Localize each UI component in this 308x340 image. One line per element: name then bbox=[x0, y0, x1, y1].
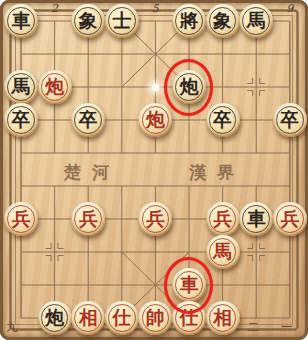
piece-black-pawn[interactable]: 卒 bbox=[4, 103, 38, 137]
board-intersections[interactable]: 車象士將象馬馬炮炮卒卒炮卒卒兵兵兵兵車兵馬車炮相仕帥仕相 bbox=[4, 5, 306, 335]
piece-glyph: 象 bbox=[71, 4, 105, 38]
piece-glyph: 兵 bbox=[4, 202, 38, 236]
piece-red-elephant[interactable]: 相 bbox=[206, 301, 240, 335]
piece-red-advisor[interactable]: 仕 bbox=[105, 301, 139, 335]
piece-glyph: 炮 bbox=[172, 70, 206, 104]
piece-red-advisor[interactable]: 仕 bbox=[172, 301, 206, 335]
piece-glyph: 相 bbox=[71, 301, 105, 335]
piece-glyph: 帥 bbox=[138, 301, 172, 335]
piece-glyph: 相 bbox=[206, 301, 240, 335]
piece-black-elephant[interactable]: 象 bbox=[71, 4, 105, 38]
piece-glyph: 兵 bbox=[206, 202, 240, 236]
piece-black-chariot[interactable]: 車 bbox=[4, 4, 38, 38]
piece-glyph: 將 bbox=[172, 4, 206, 38]
piece-black-advisor[interactable]: 士 bbox=[105, 4, 139, 38]
piece-glyph: 車 bbox=[239, 202, 273, 236]
piece-glyph: 馬 bbox=[239, 4, 273, 38]
piece-glyph: 卒 bbox=[273, 103, 307, 137]
piece-glyph: 炮 bbox=[38, 301, 72, 335]
piece-black-pawn[interactable]: 卒 bbox=[273, 103, 307, 137]
piece-glyph: 車 bbox=[4, 4, 38, 38]
piece-glyph: 炮 bbox=[138, 103, 172, 137]
piece-red-pawn[interactable]: 兵 bbox=[206, 202, 240, 236]
piece-glyph: 馬 bbox=[4, 70, 38, 104]
piece-red-cannon[interactable]: 炮 bbox=[138, 103, 172, 137]
piece-red-pawn[interactable]: 兵 bbox=[71, 202, 105, 236]
piece-red-chariot[interactable]: 車 bbox=[172, 268, 206, 302]
piece-glyph: 士 bbox=[105, 4, 139, 38]
piece-glyph: 仕 bbox=[172, 301, 206, 335]
piece-glyph: 兵 bbox=[71, 202, 105, 236]
piece-black-horse[interactable]: 馬 bbox=[239, 4, 273, 38]
xiangqi-board: 楚河 漢界 123456789 九八七六五四三二一 車象士將象馬馬炮炮卒卒炮卒卒… bbox=[0, 0, 308, 340]
piece-glyph: 仕 bbox=[105, 301, 139, 335]
last-move-origin-dot bbox=[151, 83, 160, 92]
piece-glyph: 卒 bbox=[4, 103, 38, 137]
piece-black-general[interactable]: 將 bbox=[172, 4, 206, 38]
piece-red-pawn[interactable]: 兵 bbox=[273, 202, 307, 236]
piece-black-cannon[interactable]: 炮 bbox=[172, 70, 206, 104]
piece-black-cannon[interactable]: 炮 bbox=[38, 301, 72, 335]
piece-glyph: 炮 bbox=[38, 70, 72, 104]
piece-glyph: 卒 bbox=[206, 103, 240, 137]
piece-black-elephant[interactable]: 象 bbox=[206, 4, 240, 38]
piece-red-pawn[interactable]: 兵 bbox=[138, 202, 172, 236]
piece-black-pawn[interactable]: 卒 bbox=[71, 103, 105, 137]
piece-glyph: 卒 bbox=[71, 103, 105, 137]
piece-red-cannon[interactable]: 炮 bbox=[38, 70, 72, 104]
piece-black-pawn[interactable]: 卒 bbox=[206, 103, 240, 137]
piece-red-elephant[interactable]: 相 bbox=[71, 301, 105, 335]
piece-glyph: 馬 bbox=[206, 235, 240, 269]
piece-black-horse[interactable]: 馬 bbox=[4, 70, 38, 104]
piece-red-pawn[interactable]: 兵 bbox=[4, 202, 38, 236]
piece-red-general[interactable]: 帥 bbox=[138, 301, 172, 335]
piece-glyph: 象 bbox=[206, 4, 240, 38]
piece-glyph: 車 bbox=[172, 268, 206, 302]
piece-glyph: 兵 bbox=[138, 202, 172, 236]
piece-black-chariot[interactable]: 車 bbox=[239, 202, 273, 236]
piece-red-horse[interactable]: 馬 bbox=[206, 235, 240, 269]
piece-glyph: 兵 bbox=[273, 202, 307, 236]
